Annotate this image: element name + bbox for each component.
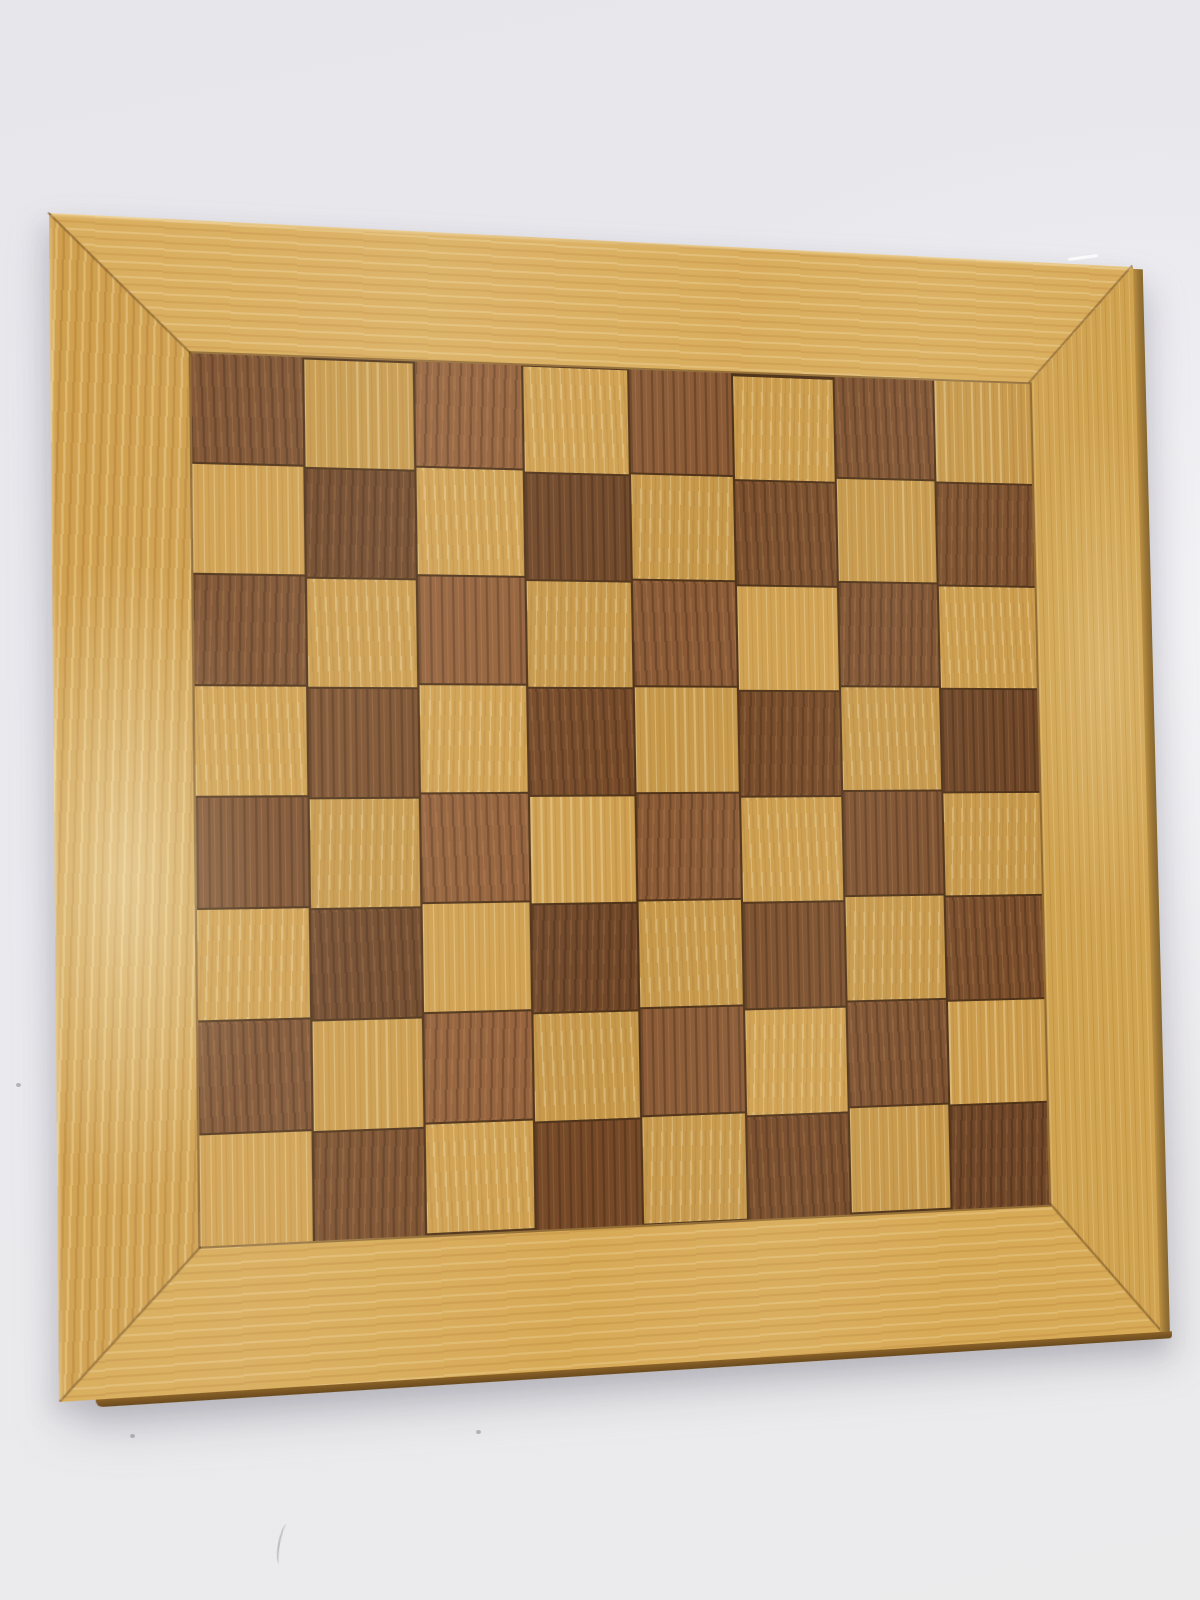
board-square — [941, 690, 1039, 792]
board-square — [948, 999, 1047, 1104]
board-square — [525, 474, 631, 581]
board-square — [640, 1006, 745, 1115]
dust-speck — [130, 1434, 135, 1438]
board-column — [835, 375, 951, 1212]
board-square — [306, 469, 416, 578]
board-square — [735, 481, 837, 586]
board-column — [934, 381, 1049, 1210]
board-square — [939, 586, 1037, 688]
board-square — [528, 689, 634, 795]
chess-board — [49, 213, 1160, 1402]
board-square — [311, 908, 422, 1019]
board-square — [733, 376, 835, 481]
board-square — [633, 581, 737, 686]
board-square — [635, 687, 739, 792]
board-square — [314, 1129, 425, 1243]
board-square — [527, 581, 633, 687]
board-square — [308, 689, 418, 797]
board-square — [426, 1121, 535, 1234]
board-square — [934, 381, 1032, 484]
board-square — [850, 1105, 951, 1213]
board-column — [523, 367, 642, 1232]
board-square — [943, 793, 1041, 896]
board-square — [304, 360, 414, 470]
board-column — [733, 376, 850, 1222]
board-square — [418, 576, 526, 683]
board-square — [523, 367, 629, 475]
photo-background — [0, 0, 1200, 1600]
board-grid — [191, 353, 1049, 1246]
board-square — [642, 1113, 747, 1223]
board-square — [424, 1011, 533, 1122]
dust-speck — [476, 1430, 481, 1434]
board-square — [307, 579, 417, 688]
board-square — [532, 904, 638, 1013]
board-square — [637, 794, 741, 900]
board-square — [194, 575, 306, 685]
board-square — [743, 902, 845, 1008]
board-square — [835, 375, 935, 479]
scuff-mark — [1068, 254, 1098, 261]
board-square — [191, 353, 303, 464]
board-square — [950, 1103, 1049, 1210]
board-square — [421, 794, 529, 902]
board-square — [198, 1019, 311, 1133]
board-square — [312, 1018, 423, 1131]
board-square — [747, 1113, 850, 1222]
board-column — [629, 368, 747, 1223]
board-square — [423, 902, 532, 1012]
board-square — [416, 468, 524, 576]
board-square — [197, 908, 310, 1020]
board-square — [535, 1119, 642, 1231]
board-square — [199, 1131, 312, 1246]
board-square — [739, 692, 841, 796]
board-square — [841, 687, 941, 790]
board-square — [415, 359, 523, 468]
board-square — [848, 1000, 949, 1106]
board-square — [741, 797, 843, 902]
board-square — [839, 583, 939, 686]
board-square — [745, 1008, 848, 1116]
board-square — [629, 368, 733, 475]
dust-speck — [16, 1083, 21, 1087]
board-square — [310, 799, 421, 908]
board-square — [419, 685, 527, 792]
board-square — [946, 896, 1045, 1000]
board-square — [843, 791, 943, 895]
board-square — [737, 586, 839, 690]
board-square — [192, 464, 304, 575]
board-square — [936, 483, 1034, 586]
board-square — [639, 900, 743, 1007]
board-square — [195, 686, 308, 796]
board-square — [845, 895, 945, 1000]
board-square — [631, 474, 735, 580]
board-column — [415, 359, 535, 1233]
board-column — [304, 360, 425, 1244]
board-column — [191, 353, 313, 1246]
board-square — [196, 797, 309, 908]
board-square — [530, 796, 636, 903]
board-square — [837, 479, 937, 583]
board-square — [533, 1011, 640, 1121]
hair-strand — [275, 1523, 291, 1564]
